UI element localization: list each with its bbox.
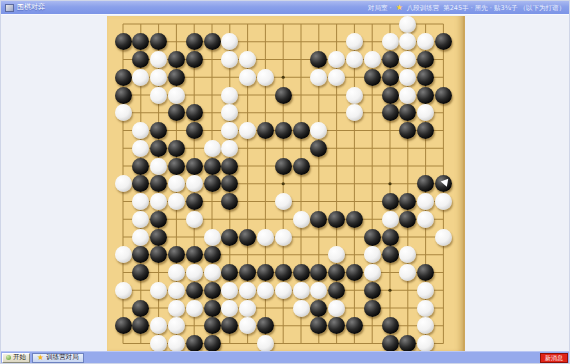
room-name: 八段训练营 <box>407 4 440 12</box>
window-title: 围棋对弈 <box>17 3 45 12</box>
white-stone <box>150 282 167 299</box>
white-stone <box>132 69 149 86</box>
white-stone <box>275 229 292 246</box>
white-stone <box>417 300 434 317</box>
black-stone <box>417 87 434 104</box>
black-stone <box>186 104 203 121</box>
black-stone <box>275 158 292 175</box>
alert-badge-label: 新消息 <box>545 354 563 361</box>
titlebar-status: 对局室 · ★ 八段训练营 第245手 · 黑先 · 贴3¾子 （以下为打谱） <box>368 4 565 12</box>
black-stone <box>364 282 381 299</box>
white-stone <box>150 193 167 210</box>
white-stone <box>221 300 238 317</box>
white-stone <box>150 158 167 175</box>
black-stone <box>275 264 292 281</box>
white-stone <box>221 140 238 157</box>
white-stone <box>257 69 274 86</box>
black-stone <box>132 158 149 175</box>
white-stone <box>293 211 310 228</box>
main-content <box>1 14 569 354</box>
black-stone <box>150 229 167 246</box>
white-stone <box>275 193 292 210</box>
white-stone <box>115 282 132 299</box>
black-stone <box>364 69 381 86</box>
white-stone <box>168 264 185 281</box>
black-stone <box>293 122 310 139</box>
black-stone <box>257 264 274 281</box>
black-stone <box>186 51 203 68</box>
taskbar: 开始 ★ 训练营对局 新消息 <box>1 351 569 363</box>
white-stone <box>150 335 167 352</box>
black-stone <box>382 317 399 334</box>
black-stone <box>221 229 238 246</box>
black-stone <box>417 122 434 139</box>
black-stone <box>417 264 434 281</box>
white-stone <box>115 104 132 121</box>
white-stone <box>399 16 416 33</box>
white-stone <box>150 87 167 104</box>
black-stone <box>328 264 345 281</box>
white-stone <box>150 69 167 86</box>
white-stone <box>186 211 203 228</box>
black-stone <box>239 229 256 246</box>
black-stone <box>204 335 221 352</box>
app-window: 围棋对弈 对局室 · ★ 八段训练营 第245手 · 黑先 · 贴3¾子 （以下… <box>0 0 570 364</box>
white-stone <box>310 282 327 299</box>
black-stone <box>328 282 345 299</box>
white-stone <box>399 87 416 104</box>
white-stone <box>310 69 327 86</box>
app-task-tab[interactable]: ★ 训练营对局 <box>32 353 84 363</box>
black-stone <box>150 140 167 157</box>
white-stone <box>257 229 274 246</box>
black-stone <box>186 282 203 299</box>
black-stone <box>417 51 434 68</box>
black-stone <box>293 158 310 175</box>
white-stone <box>186 175 203 192</box>
white-stone <box>435 193 452 210</box>
black-stone <box>293 264 310 281</box>
title-bar[interactable]: 围棋对弈 对局室 · ★ 八段训练营 第245手 · 黑先 · 贴3¾子 （以下… <box>1 1 569 14</box>
black-stone <box>186 122 203 139</box>
green-orb-icon <box>6 355 11 360</box>
white-stone <box>275 282 292 299</box>
white-stone <box>399 69 416 86</box>
white-stone <box>257 335 274 352</box>
black-stone <box>168 140 185 157</box>
start-button[interactable]: 开始 <box>2 353 30 363</box>
white-stone <box>417 193 434 210</box>
white-stone <box>346 87 363 104</box>
black-stone <box>150 122 167 139</box>
black-stone <box>382 51 399 68</box>
white-stone <box>328 51 345 68</box>
black-stone <box>382 87 399 104</box>
white-stone <box>417 335 434 352</box>
white-stone <box>239 69 256 86</box>
white-stone <box>364 264 381 281</box>
black-stone <box>239 264 256 281</box>
black-stone <box>310 140 327 157</box>
black-stone <box>186 33 203 50</box>
white-stone <box>435 229 452 246</box>
last-move-marker <box>441 176 452 187</box>
titlebar-left: 围棋对弈 <box>5 3 45 12</box>
white-stone <box>239 282 256 299</box>
black-stone <box>186 158 203 175</box>
black-stone <box>204 33 221 50</box>
white-stone <box>293 282 310 299</box>
white-stone <box>132 211 149 228</box>
black-stone <box>168 51 185 68</box>
white-stone <box>168 87 185 104</box>
white-stone <box>239 122 256 139</box>
white-stone <box>168 193 185 210</box>
black-stone <box>310 211 327 228</box>
white-stone <box>382 33 399 50</box>
black-stone <box>186 246 203 263</box>
status-left-text: 对局室 · <box>368 4 392 12</box>
black-stone <box>346 264 363 281</box>
white-stone <box>328 300 345 317</box>
black-stone <box>382 193 399 210</box>
white-stone <box>239 51 256 68</box>
white-stone <box>186 300 203 317</box>
white-stone <box>417 211 434 228</box>
white-stone <box>364 51 381 68</box>
black-stone <box>204 300 221 317</box>
black-stone <box>221 158 238 175</box>
white-stone <box>382 211 399 228</box>
black-stone <box>435 87 452 104</box>
star-icon: ★ <box>396 4 403 11</box>
black-stone <box>328 211 345 228</box>
black-stone <box>115 87 132 104</box>
white-stone <box>168 282 185 299</box>
task-tab-label: 训练营对局 <box>46 354 79 361</box>
black-stone <box>382 229 399 246</box>
black-stone <box>364 229 381 246</box>
black-stone <box>364 300 381 317</box>
black-stone <box>257 122 274 139</box>
black-stone <box>382 69 399 86</box>
white-stone <box>239 300 256 317</box>
black-stone <box>399 211 416 228</box>
black-stone <box>275 122 292 139</box>
white-stone <box>204 140 221 157</box>
alert-badge[interactable]: 新消息 <box>540 353 568 363</box>
white-stone <box>168 300 185 317</box>
black-stone <box>132 300 149 317</box>
black-stone <box>168 69 185 86</box>
black-stone <box>204 282 221 299</box>
white-stone <box>132 140 149 157</box>
white-stone <box>221 282 238 299</box>
black-stone <box>204 175 221 192</box>
black-stone <box>150 211 167 228</box>
white-stone <box>293 300 310 317</box>
white-stone <box>132 229 149 246</box>
white-stone <box>221 87 238 104</box>
black-stone <box>168 158 185 175</box>
black-stone <box>186 193 203 210</box>
start-button-label: 开始 <box>13 354 26 361</box>
app-icon <box>5 4 14 12</box>
white-stone <box>115 175 132 192</box>
star-icon: ★ <box>37 354 44 362</box>
black-stone <box>115 33 132 50</box>
white-stone <box>168 335 185 352</box>
white-stone <box>346 51 363 68</box>
go-board[interactable] <box>107 16 465 353</box>
black-stone <box>204 246 221 263</box>
white-stone <box>115 246 132 263</box>
status-right-text: 第245手 · 黑先 · 贴3¾子 （以下为打谱） <box>443 4 565 12</box>
black-stone <box>382 335 399 352</box>
black-stone <box>310 300 327 317</box>
white-stone <box>328 69 345 86</box>
black-stone <box>382 104 399 121</box>
white-stone <box>417 282 434 299</box>
white-stone <box>204 229 221 246</box>
white-stone <box>186 264 203 281</box>
white-stone <box>150 51 167 68</box>
black-stone <box>115 69 132 86</box>
black-stone <box>204 317 221 334</box>
black-stone <box>204 158 221 175</box>
white-stone <box>257 282 274 299</box>
black-stone <box>382 246 399 263</box>
white-stone <box>204 264 221 281</box>
black-stone <box>186 335 203 352</box>
black-stone <box>275 87 292 104</box>
black-stone <box>115 317 132 334</box>
white-stone <box>364 246 381 263</box>
black-stone <box>346 211 363 228</box>
black-stone <box>417 69 434 86</box>
